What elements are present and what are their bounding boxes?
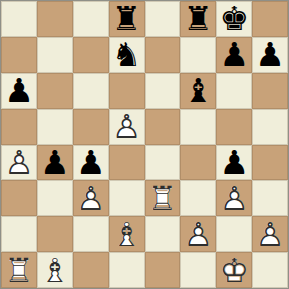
- white-pawn-outline-glyph: ♙: [73, 180, 109, 216]
- white-rook-outline-glyph: ♖: [1, 252, 37, 288]
- square-f1[interactable]: [180, 252, 216, 288]
- square-f2[interactable]: ♟♙: [180, 216, 216, 252]
- square-f7[interactable]: [180, 37, 216, 73]
- white-pawn-piece[interactable]: ♟♙: [73, 180, 109, 216]
- white-pawn-piece[interactable]: ♟♙: [1, 145, 37, 181]
- square-e4[interactable]: [145, 145, 181, 181]
- square-a7[interactable]: [1, 37, 37, 73]
- square-g5[interactable]: [216, 109, 252, 145]
- square-b7[interactable]: [37, 37, 73, 73]
- square-c7[interactable]: [73, 37, 109, 73]
- white-rook-piece[interactable]: ♜♖: [1, 252, 37, 288]
- white-pawn-piece[interactable]: ♟♙: [109, 109, 145, 145]
- square-a6[interactable]: ♟: [1, 73, 37, 109]
- square-a2[interactable]: [1, 216, 37, 252]
- square-a8[interactable]: [1, 1, 37, 37]
- square-d4[interactable]: [109, 145, 145, 181]
- square-h7[interactable]: ♟: [252, 37, 288, 73]
- black-pawn-piece[interactable]: ♟: [73, 145, 109, 181]
- black-rook-piece[interactable]: ♜: [109, 1, 145, 37]
- white-bishop-piece[interactable]: ♝♗: [37, 252, 73, 288]
- square-h3[interactable]: [252, 180, 288, 216]
- white-pawn-piece[interactable]: ♟♙: [180, 216, 216, 252]
- square-h2[interactable]: ♟♙: [252, 216, 288, 252]
- square-g3[interactable]: ♟♙: [216, 180, 252, 216]
- square-f3[interactable]: [180, 180, 216, 216]
- square-e3[interactable]: ♜♖: [145, 180, 181, 216]
- square-e5[interactable]: [145, 109, 181, 145]
- square-b6[interactable]: [37, 73, 73, 109]
- square-d7[interactable]: ♞: [109, 37, 145, 73]
- black-pawn-piece[interactable]: ♟: [1, 73, 37, 109]
- square-a4[interactable]: ♟♙: [1, 145, 37, 181]
- white-rook-outline-glyph: ♖: [145, 180, 181, 216]
- square-d1[interactable]: [109, 252, 145, 288]
- square-h1[interactable]: [252, 252, 288, 288]
- black-bishop-piece[interactable]: ♝: [180, 73, 216, 109]
- square-c8[interactable]: [73, 1, 109, 37]
- square-f5[interactable]: [180, 109, 216, 145]
- white-pawn-piece[interactable]: ♟♙: [252, 216, 288, 252]
- square-a5[interactable]: [1, 109, 37, 145]
- square-g6[interactable]: [216, 73, 252, 109]
- square-h5[interactable]: [252, 109, 288, 145]
- black-rook-piece[interactable]: ♜: [180, 1, 216, 37]
- square-c2[interactable]: [73, 216, 109, 252]
- square-g7[interactable]: ♟: [216, 37, 252, 73]
- black-pawn-glyph: ♟: [37, 145, 73, 181]
- square-g4[interactable]: ♟: [216, 145, 252, 181]
- square-b3[interactable]: [37, 180, 73, 216]
- white-rook-piece[interactable]: ♜♖: [145, 180, 181, 216]
- black-pawn-piece[interactable]: ♟: [216, 145, 252, 181]
- white-pawn-outline-glyph: ♙: [252, 216, 288, 252]
- square-f6[interactable]: ♝: [180, 73, 216, 109]
- black-rook-glyph: ♜: [180, 1, 216, 37]
- square-g1[interactable]: ♚♔: [216, 252, 252, 288]
- square-a3[interactable]: [1, 180, 37, 216]
- square-d8[interactable]: ♜: [109, 1, 145, 37]
- black-pawn-glyph: ♟: [252, 37, 288, 73]
- black-rook-glyph: ♜: [109, 1, 145, 37]
- square-e8[interactable]: [145, 1, 181, 37]
- white-king-outline-glyph: ♔: [216, 252, 252, 288]
- white-pawn-outline-glyph: ♙: [1, 145, 37, 181]
- white-king-piece[interactable]: ♚♔: [216, 252, 252, 288]
- square-c3[interactable]: ♟♙: [73, 180, 109, 216]
- square-a1[interactable]: ♜♖: [1, 252, 37, 288]
- square-b5[interactable]: [37, 109, 73, 145]
- square-b2[interactable]: [37, 216, 73, 252]
- square-c4[interactable]: ♟: [73, 145, 109, 181]
- square-h6[interactable]: [252, 73, 288, 109]
- square-h4[interactable]: [252, 145, 288, 181]
- black-knight-piece[interactable]: ♞: [109, 37, 145, 73]
- white-pawn-outline-glyph: ♙: [109, 109, 145, 145]
- square-e7[interactable]: [145, 37, 181, 73]
- square-d6[interactable]: [109, 73, 145, 109]
- square-b1[interactable]: ♝♗: [37, 252, 73, 288]
- black-pawn-glyph: ♟: [1, 73, 37, 109]
- white-bishop-outline-glyph: ♗: [109, 216, 145, 252]
- white-bishop-outline-glyph: ♗: [37, 252, 73, 288]
- black-knight-glyph: ♞: [109, 37, 145, 73]
- square-b4[interactable]: ♟: [37, 145, 73, 181]
- square-c1[interactable]: [73, 252, 109, 288]
- square-e2[interactable]: [145, 216, 181, 252]
- black-king-piece[interactable]: ♚: [216, 1, 252, 37]
- black-pawn-piece[interactable]: ♟: [37, 145, 73, 181]
- square-f8[interactable]: ♜: [180, 1, 216, 37]
- square-c5[interactable]: [73, 109, 109, 145]
- white-pawn-outline-glyph: ♙: [180, 216, 216, 252]
- square-h8[interactable]: [252, 1, 288, 37]
- white-bishop-piece[interactable]: ♝♗: [109, 216, 145, 252]
- black-pawn-glyph: ♟: [216, 145, 252, 181]
- black-pawn-piece[interactable]: ♟: [216, 37, 252, 73]
- square-d5[interactable]: ♟♙: [109, 109, 145, 145]
- white-pawn-outline-glyph: ♙: [216, 180, 252, 216]
- square-g2[interactable]: [216, 216, 252, 252]
- white-pawn-piece[interactable]: ♟♙: [216, 180, 252, 216]
- square-c6[interactable]: [73, 73, 109, 109]
- square-f4[interactable]: [180, 145, 216, 181]
- black-bishop-glyph: ♝: [180, 73, 216, 109]
- square-e6[interactable]: [145, 73, 181, 109]
- black-king-glyph: ♚: [216, 1, 252, 37]
- square-e1[interactable]: [145, 252, 181, 288]
- square-g8[interactable]: ♚: [216, 1, 252, 37]
- square-d2[interactable]: ♝♗: [109, 216, 145, 252]
- square-b8[interactable]: [37, 1, 73, 37]
- black-pawn-glyph: ♟: [216, 37, 252, 73]
- black-pawn-piece[interactable]: ♟: [252, 37, 288, 73]
- chess-board: ♜♜♚♞♟♟♟♝♟♙♟♙♟♟♟♟♙♜♖♟♙♝♗♟♙♟♙♜♖♝♗♚♔: [0, 0, 289, 289]
- square-d3[interactable]: [109, 180, 145, 216]
- black-pawn-glyph: ♟: [73, 145, 109, 181]
